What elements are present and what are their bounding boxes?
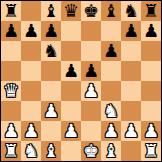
black-pawn[interactable]: ♟ (63, 61, 79, 81)
black-queen[interactable]: ♛ (63, 1, 79, 21)
square-c8[interactable]: ♝ (41, 1, 61, 21)
white-bishop[interactable]: ♝ (43, 141, 59, 161)
white-king[interactable]: ♚ (83, 141, 99, 161)
white-bishop[interactable]: ♝ (103, 141, 119, 161)
square-f2[interactable]: ♟ (101, 121, 121, 141)
square-g5[interactable] (121, 61, 141, 81)
square-c1[interactable]: ♝ (41, 141, 61, 161)
white-pawn[interactable]: ♟ (103, 121, 119, 141)
square-h3[interactable] (141, 101, 161, 121)
black-bishop[interactable]: ♝ (43, 1, 59, 21)
white-knight[interactable]: ♞ (103, 101, 119, 121)
white-rook[interactable]: ♜ (3, 141, 19, 161)
square-d3[interactable] (61, 101, 81, 121)
black-pawn[interactable]: ♟ (23, 21, 39, 41)
square-f3[interactable]: ♞ (101, 101, 121, 121)
square-a7[interactable]: ♟ (1, 21, 21, 41)
white-rook[interactable]: ♜ (143, 141, 159, 161)
square-a6[interactable] (1, 41, 21, 61)
square-f5[interactable] (101, 61, 121, 81)
square-d4[interactable] (61, 81, 81, 101)
square-e6[interactable] (81, 41, 101, 61)
square-e7[interactable] (81, 21, 101, 41)
square-g2[interactable]: ♟ (121, 121, 141, 141)
black-pawn[interactable]: ♟ (143, 21, 159, 41)
square-a5[interactable] (1, 61, 21, 81)
black-rook[interactable]: ♜ (3, 1, 19, 21)
square-g6[interactable] (121, 41, 141, 61)
square-b4[interactable] (21, 81, 41, 101)
square-d8[interactable]: ♛ (61, 1, 81, 21)
square-h1[interactable]: ♜ (141, 141, 161, 161)
black-bishop[interactable]: ♝ (103, 1, 119, 21)
black-king[interactable]: ♚ (83, 1, 99, 21)
square-d7[interactable] (61, 21, 81, 41)
chess-board: ♜♝♛♚♝♞♜♟♟♟♟♟♞♟♟♟♛♟♟♞♟♟♟♟♟♟♜♞♝♚♝♜ (1, 1, 161, 161)
black-knight[interactable]: ♞ (43, 41, 59, 61)
square-c2[interactable] (41, 121, 61, 141)
square-b7[interactable]: ♟ (21, 21, 41, 41)
black-pawn[interactable]: ♟ (83, 61, 99, 81)
square-g7[interactable]: ♟ (121, 21, 141, 41)
square-d6[interactable] (61, 41, 81, 61)
square-e3[interactable] (81, 101, 101, 121)
square-e2[interactable] (81, 121, 101, 141)
square-b8[interactable] (21, 1, 41, 21)
white-pawn[interactable]: ♟ (3, 121, 19, 141)
square-g4[interactable] (121, 81, 141, 101)
white-pawn[interactable]: ♟ (123, 121, 139, 141)
square-h5[interactable] (141, 61, 161, 81)
square-d1[interactable] (61, 141, 81, 161)
square-b6[interactable] (21, 41, 41, 61)
square-h4[interactable] (141, 81, 161, 101)
square-f4[interactable] (101, 81, 121, 101)
square-a8[interactable]: ♜ (1, 1, 21, 21)
square-b3[interactable] (21, 101, 41, 121)
white-pawn[interactable]: ♟ (83, 81, 99, 101)
white-pawn[interactable]: ♟ (23, 121, 39, 141)
black-rook[interactable]: ♜ (143, 1, 159, 21)
white-queen[interactable]: ♛ (3, 81, 19, 101)
white-pawn[interactable]: ♟ (43, 101, 59, 121)
square-b1[interactable]: ♞ (21, 141, 41, 161)
square-c4[interactable] (41, 81, 61, 101)
white-pawn[interactable]: ♟ (63, 121, 79, 141)
square-g8[interactable]: ♞ (121, 1, 141, 21)
black-knight[interactable]: ♞ (123, 1, 139, 21)
square-f6[interactable]: ♟ (101, 41, 121, 61)
square-e1[interactable]: ♚ (81, 141, 101, 161)
square-c3[interactable]: ♟ (41, 101, 61, 121)
square-c6[interactable]: ♞ (41, 41, 61, 61)
square-g3[interactable] (121, 101, 141, 121)
square-b5[interactable] (21, 61, 41, 81)
black-pawn[interactable]: ♟ (103, 41, 119, 61)
black-pawn[interactable]: ♟ (123, 21, 139, 41)
square-h2[interactable]: ♟ (141, 121, 161, 141)
square-d5[interactable]: ♟ (61, 61, 81, 81)
square-a3[interactable] (1, 101, 21, 121)
square-a2[interactable]: ♟ (1, 121, 21, 141)
square-a1[interactable]: ♜ (1, 141, 21, 161)
white-knight[interactable]: ♞ (23, 141, 39, 161)
square-e8[interactable]: ♚ (81, 1, 101, 21)
square-a4[interactable]: ♛ (1, 81, 21, 101)
square-c7[interactable]: ♟ (41, 21, 61, 41)
square-c5[interactable] (41, 61, 61, 81)
square-h8[interactable]: ♜ (141, 1, 161, 21)
square-h6[interactable] (141, 41, 161, 61)
chess-board-frame: ♜♝♛♚♝♞♜♟♟♟♟♟♞♟♟♟♛♟♟♞♟♟♟♟♟♟♜♞♝♚♝♜ (0, 0, 162, 162)
square-b2[interactable]: ♟ (21, 121, 41, 141)
white-pawn[interactable]: ♟ (143, 121, 159, 141)
square-e4[interactable]: ♟ (81, 81, 101, 101)
square-e5[interactable]: ♟ (81, 61, 101, 81)
square-f8[interactable]: ♝ (101, 1, 121, 21)
square-g1[interactable] (121, 141, 141, 161)
square-d2[interactable]: ♟ (61, 121, 81, 141)
square-h7[interactable]: ♟ (141, 21, 161, 41)
square-f7[interactable] (101, 21, 121, 41)
black-pawn[interactable]: ♟ (43, 21, 59, 41)
black-pawn[interactable]: ♟ (3, 21, 19, 41)
square-f1[interactable]: ♝ (101, 141, 121, 161)
